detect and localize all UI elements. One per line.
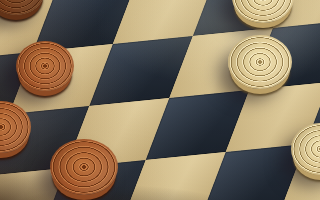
checker-piece-red-2[interactable] (16, 41, 74, 91)
checkers-board (0, 0, 320, 200)
checkers-board-photo (0, 0, 320, 200)
checker-piece-red-4[interactable] (50, 139, 118, 195)
checker-piece-cream-2[interactable] (228, 35, 292, 89)
